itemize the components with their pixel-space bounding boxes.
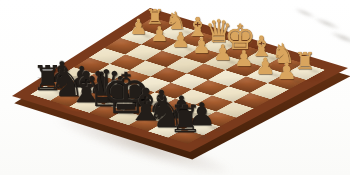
white-pawn-a2[interactable]: ♟ bbox=[130, 18, 148, 38]
white-pawn-b2[interactable]: ♟ bbox=[151, 24, 169, 44]
white-pawn-c2[interactable]: ♟ bbox=[171, 30, 189, 51]
black-rook-h8[interactable]: ♜ bbox=[169, 102, 203, 140]
white-rook-h1[interactable]: ♜ bbox=[294, 50, 315, 74]
white-pawn-e2[interactable]: ♟ bbox=[213, 42, 232, 63]
white-pawn-h2[interactable]: ♟ bbox=[277, 61, 297, 84]
white-pawn-g2[interactable]: ♟ bbox=[255, 54, 275, 76]
chess-set-photo: ♜♜♞♞♟♟♝♝♟♟♛♛♟♟♚♚♟♟♝♝♟♟♞♞♟♟♜♜♟♟♟♟♟♟♟♟♜♜♟♟… bbox=[0, 0, 350, 175]
white-pawn-f2[interactable]: ♟ bbox=[234, 48, 254, 70]
white-pawn-d2[interactable]: ♟ bbox=[192, 36, 211, 57]
